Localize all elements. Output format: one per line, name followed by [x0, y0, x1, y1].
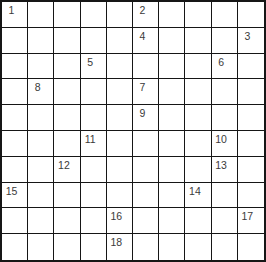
grid-cell[interactable]	[2, 234, 28, 260]
grid-cell[interactable]	[54, 183, 80, 209]
grid-cell[interactable]	[238, 183, 264, 209]
clue-number: 5	[81, 56, 100, 68]
grid-cell[interactable]: 18	[107, 234, 133, 260]
grid-cell[interactable]	[107, 79, 133, 105]
grid-cell[interactable]	[133, 131, 159, 157]
clue-number: 4	[133, 30, 152, 42]
grid-cell[interactable]	[133, 234, 159, 260]
grid-cell[interactable]	[81, 183, 107, 209]
grid-cell[interactable]	[28, 105, 54, 131]
grid-cell[interactable]	[54, 131, 80, 157]
grid-cell[interactable]	[185, 157, 211, 183]
grid-cell[interactable]	[2, 208, 28, 234]
clue-number: 3	[238, 30, 257, 42]
grid-cell[interactable]	[159, 183, 185, 209]
grid-cell[interactable]	[185, 28, 211, 54]
grid-cell[interactable]	[81, 2, 107, 28]
grid-cell[interactable]	[159, 54, 185, 80]
grid-cell[interactable]: 3	[238, 28, 264, 54]
grid-cell[interactable]	[212, 183, 238, 209]
grid-cell[interactable]	[107, 131, 133, 157]
grid-cell[interactable]	[28, 28, 54, 54]
grid-cell[interactable]	[212, 105, 238, 131]
grid-cell[interactable]	[133, 183, 159, 209]
grid-cell[interactable]: 11	[81, 131, 107, 157]
grid-cell[interactable]	[185, 105, 211, 131]
grid-cell[interactable]	[28, 54, 54, 80]
grid-cell[interactable]	[212, 208, 238, 234]
clue-number: 10	[212, 133, 231, 145]
grid-cell[interactable]	[2, 157, 28, 183]
grid-cell[interactable]	[212, 79, 238, 105]
puzzle-grid: 124356879111012131514161718	[0, 0, 266, 262]
clue-number: 6	[212, 56, 231, 68]
grid-cell[interactable]	[107, 54, 133, 80]
clue-number: 13	[212, 159, 231, 171]
grid-cell[interactable]	[81, 234, 107, 260]
grid-cell[interactable]	[2, 131, 28, 157]
grid-cell[interactable]	[159, 131, 185, 157]
clue-number: 7	[133, 81, 152, 93]
puzzle-board: 124356879111012131514161718	[0, 0, 266, 262]
grid-cell[interactable]	[28, 183, 54, 209]
clue-number: 18	[107, 236, 126, 248]
grid-cell[interactable]	[54, 208, 80, 234]
grid-cell[interactable]	[107, 183, 133, 209]
grid-cell[interactable]	[133, 157, 159, 183]
clue-number: 9	[133, 107, 152, 119]
grid-cell[interactable]: 12	[54, 157, 80, 183]
grid-cell[interactable]: 10	[212, 131, 238, 157]
grid-cell[interactable]	[185, 208, 211, 234]
grid-cell[interactable]	[54, 54, 80, 80]
grid-cell[interactable]	[107, 157, 133, 183]
grid-cell[interactable]	[2, 54, 28, 80]
grid-cell[interactable]	[159, 234, 185, 260]
clue-number: 16	[107, 210, 126, 222]
grid-cell[interactable]	[212, 28, 238, 54]
grid-cell[interactable]: 7	[133, 79, 159, 105]
grid-cell[interactable]	[238, 79, 264, 105]
grid-cell[interactable]: 2	[133, 2, 159, 28]
grid-cell[interactable]	[238, 105, 264, 131]
grid-cell[interactable]	[28, 157, 54, 183]
grid-cell[interactable]	[28, 2, 54, 28]
grid-cell[interactable]	[185, 131, 211, 157]
clue-number: 8	[28, 81, 47, 93]
grid-cell[interactable]: 8	[28, 79, 54, 105]
grid-cell[interactable]	[212, 2, 238, 28]
grid-cell[interactable]	[81, 105, 107, 131]
grid-cell[interactable]	[159, 79, 185, 105]
grid-cell[interactable]	[159, 157, 185, 183]
clue-number: 11	[81, 133, 100, 145]
grid-cell[interactable]	[81, 157, 107, 183]
grid-cell[interactable]	[159, 28, 185, 54]
grid-cell[interactable]	[212, 234, 238, 260]
grid-cell[interactable]	[54, 105, 80, 131]
grid-cell[interactable]	[238, 54, 264, 80]
grid-cell[interactable]	[185, 234, 211, 260]
grid-cell[interactable]	[28, 131, 54, 157]
grid-cell[interactable]	[54, 79, 80, 105]
clue-number: 1	[2, 4, 21, 16]
grid-cell[interactable]	[2, 79, 28, 105]
grid-cell[interactable]	[238, 234, 264, 260]
grid-cell[interactable]	[28, 208, 54, 234]
grid-cell[interactable]	[107, 2, 133, 28]
clue-number: 17	[238, 210, 257, 222]
grid-cell[interactable]: 6	[212, 54, 238, 80]
grid-cell[interactable]: 1	[2, 2, 28, 28]
grid-cell[interactable]	[185, 54, 211, 80]
grid-cell[interactable]: 4	[133, 28, 159, 54]
grid-cell[interactable]: 13	[212, 157, 238, 183]
clue-number: 12	[54, 159, 73, 171]
grid-cell[interactable]	[2, 28, 28, 54]
grid-cell[interactable]	[159, 105, 185, 131]
grid-cell[interactable]: 5	[81, 54, 107, 80]
clue-number: 15	[2, 185, 21, 197]
grid-cell[interactable]	[81, 79, 107, 105]
grid-cell[interactable]	[107, 28, 133, 54]
clue-number: 2	[133, 4, 152, 16]
grid-cell[interactable]	[238, 157, 264, 183]
grid-cell[interactable]	[81, 208, 107, 234]
grid-cell[interactable]	[133, 54, 159, 80]
grid-cell[interactable]	[159, 208, 185, 234]
grid-cell[interactable]	[133, 208, 159, 234]
grid-cell[interactable]	[185, 2, 211, 28]
grid-cell[interactable]	[185, 79, 211, 105]
grid-cell[interactable]	[107, 105, 133, 131]
grid-cell[interactable]	[238, 2, 264, 28]
grid-cell[interactable]	[54, 28, 80, 54]
grid-cell[interactable]: 14	[185, 183, 211, 209]
grid-cell[interactable]	[54, 234, 80, 260]
grid-cell[interactable]	[238, 131, 264, 157]
clue-number: 14	[185, 185, 204, 197]
grid-cell[interactable]	[159, 2, 185, 28]
grid-cell[interactable]: 16	[107, 208, 133, 234]
grid-cell[interactable]	[81, 28, 107, 54]
grid-cell[interactable]: 9	[133, 105, 159, 131]
grid-cell[interactable]: 17	[238, 208, 264, 234]
grid-cell[interactable]	[28, 234, 54, 260]
grid-cell[interactable]: 15	[2, 183, 28, 209]
grid-cell[interactable]	[54, 2, 80, 28]
grid-cell[interactable]	[2, 105, 28, 131]
